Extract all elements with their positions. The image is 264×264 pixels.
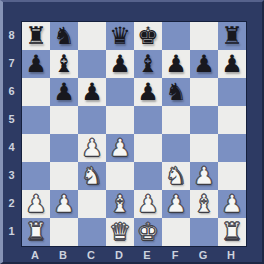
square-b3[interactable] — [50, 162, 78, 190]
white-pawn-g3[interactable]: ♟ — [193, 162, 215, 190]
square-a7[interactable]: ♟ — [22, 50, 50, 78]
square-h2[interactable]: ♟ — [218, 190, 246, 218]
square-d7[interactable]: ♟ — [106, 50, 134, 78]
rank-labels: 87654321 — [3, 21, 20, 245]
black-pawn-c6[interactable]: ♟ — [81, 78, 103, 106]
square-g7[interactable]: ♟ — [190, 50, 218, 78]
rank-label-6: 6 — [3, 77, 20, 105]
black-pawn-f7[interactable]: ♟ — [165, 50, 187, 78]
square-h1[interactable]: ♜ — [218, 218, 246, 246]
square-g3[interactable]: ♟ — [190, 162, 218, 190]
white-pawn-b2[interactable]: ♟ — [53, 190, 75, 218]
square-b1[interactable] — [50, 218, 78, 246]
square-f2[interactable]: ♟ — [162, 190, 190, 218]
square-f8[interactable] — [162, 22, 190, 50]
file-labels: ABCDEFGH — [21, 248, 245, 263]
square-h4[interactable] — [218, 134, 246, 162]
file-label-b: B — [49, 248, 77, 263]
black-rook-a8[interactable]: ♜ — [25, 22, 47, 50]
square-g8[interactable] — [190, 22, 218, 50]
rank-label-7: 7 — [3, 49, 20, 77]
square-c7[interactable] — [78, 50, 106, 78]
black-rook-h8[interactable]: ♜ — [221, 22, 243, 50]
square-h5[interactable] — [218, 106, 246, 134]
square-c3[interactable]: ♞ — [78, 162, 106, 190]
square-f1[interactable] — [162, 218, 190, 246]
chess-diagram-frame: 87654321 ♜♞♛♚♜♟♝♟♝♟♟♟♟♟♟♞♟♟♞♞♟♟♟♝♟♟♝♟♜♛♚… — [0, 0, 264, 264]
square-b8[interactable]: ♞ — [50, 22, 78, 50]
white-knight-f3[interactable]: ♞ — [165, 162, 187, 190]
square-a1[interactable]: ♜ — [22, 218, 50, 246]
square-g5[interactable] — [190, 106, 218, 134]
square-a4[interactable] — [22, 134, 50, 162]
square-e8[interactable]: ♚ — [134, 22, 162, 50]
rank-label-3: 3 — [3, 161, 20, 189]
white-pawn-c4[interactable]: ♟ — [81, 134, 103, 162]
square-f7[interactable]: ♟ — [162, 50, 190, 78]
white-rook-a1[interactable]: ♜ — [25, 218, 47, 246]
square-e5[interactable] — [134, 106, 162, 134]
square-d5[interactable] — [106, 106, 134, 134]
black-queen-d8[interactable]: ♛ — [109, 22, 131, 50]
square-a5[interactable] — [22, 106, 50, 134]
file-label-h: H — [217, 248, 245, 263]
square-a2[interactable]: ♟ — [22, 190, 50, 218]
file-label-e: E — [133, 248, 161, 263]
white-bishop-g2[interactable]: ♝ — [193, 190, 215, 218]
square-h8[interactable]: ♜ — [218, 22, 246, 50]
square-c1[interactable] — [78, 218, 106, 246]
file-label-f: F — [161, 248, 189, 263]
black-pawn-e6[interactable]: ♟ — [137, 78, 159, 106]
square-a6[interactable] — [22, 78, 50, 106]
square-b4[interactable] — [50, 134, 78, 162]
file-label-a: A — [21, 248, 49, 263]
black-bishop-b7[interactable]: ♝ — [53, 50, 75, 78]
rank-label-1: 1 — [3, 217, 20, 245]
white-knight-c3[interactable]: ♞ — [81, 162, 103, 190]
square-a8[interactable]: ♜ — [22, 22, 50, 50]
square-g1[interactable] — [190, 218, 218, 246]
black-knight-b8[interactable]: ♞ — [53, 22, 75, 50]
square-d3[interactable] — [106, 162, 134, 190]
square-e6[interactable]: ♟ — [134, 78, 162, 106]
square-g6[interactable] — [190, 78, 218, 106]
square-b6[interactable]: ♟ — [50, 78, 78, 106]
square-c4[interactable]: ♟ — [78, 134, 106, 162]
file-label-c: C — [77, 248, 105, 263]
square-e2[interactable]: ♟ — [134, 190, 162, 218]
white-pawn-d4[interactable]: ♟ — [109, 134, 131, 162]
rank-label-8: 8 — [3, 21, 20, 49]
black-pawn-b6[interactable]: ♟ — [53, 78, 75, 106]
white-queen-d1[interactable]: ♛ — [109, 218, 131, 246]
square-e1[interactable]: ♚ — [134, 218, 162, 246]
black-pawn-h7[interactable]: ♟ — [221, 50, 243, 78]
square-b7[interactable]: ♝ — [50, 50, 78, 78]
square-g4[interactable] — [190, 134, 218, 162]
black-pawn-d7[interactable]: ♟ — [109, 50, 131, 78]
rank-label-5: 5 — [3, 105, 20, 133]
square-d1[interactable]: ♛ — [106, 218, 134, 246]
square-f4[interactable] — [162, 134, 190, 162]
square-d2[interactable]: ♝ — [106, 190, 134, 218]
white-pawn-e2[interactable]: ♟ — [137, 190, 159, 218]
square-f5[interactable] — [162, 106, 190, 134]
black-king-e8[interactable]: ♚ — [137, 22, 159, 50]
file-label-g: G — [189, 248, 217, 263]
square-e7[interactable]: ♝ — [134, 50, 162, 78]
black-bishop-e7[interactable]: ♝ — [137, 50, 159, 78]
square-b2[interactable]: ♟ — [50, 190, 78, 218]
black-pawn-g7[interactable]: ♟ — [193, 50, 215, 78]
square-c8[interactable] — [78, 22, 106, 50]
square-h6[interactable] — [218, 78, 246, 106]
black-pawn-a7[interactable]: ♟ — [25, 50, 47, 78]
square-e4[interactable] — [134, 134, 162, 162]
file-label-d: D — [105, 248, 133, 263]
square-d4[interactable]: ♟ — [106, 134, 134, 162]
square-f3[interactable]: ♞ — [162, 162, 190, 190]
rank-label-2: 2 — [3, 189, 20, 217]
square-g2[interactable]: ♝ — [190, 190, 218, 218]
square-c2[interactable] — [78, 190, 106, 218]
square-f6[interactable]: ♞ — [162, 78, 190, 106]
white-bishop-d2[interactable]: ♝ — [109, 190, 131, 218]
chess-board: ♜♞♛♚♜♟♝♟♝♟♟♟♟♟♟♞♟♟♞♞♟♟♟♝♟♟♝♟♜♛♚♜ — [21, 21, 247, 247]
square-d8[interactable]: ♛ — [106, 22, 134, 50]
square-c5[interactable] — [78, 106, 106, 134]
white-king-e1[interactable]: ♚ — [137, 218, 159, 246]
square-b5[interactable] — [50, 106, 78, 134]
square-h3[interactable] — [218, 162, 246, 190]
square-c6[interactable]: ♟ — [78, 78, 106, 106]
square-h7[interactable]: ♟ — [218, 50, 246, 78]
white-rook-h1[interactable]: ♜ — [221, 218, 243, 246]
white-pawn-h2[interactable]: ♟ — [221, 190, 243, 218]
rank-label-4: 4 — [3, 133, 20, 161]
black-knight-f6[interactable]: ♞ — [165, 78, 187, 106]
white-pawn-f2[interactable]: ♟ — [165, 190, 187, 218]
square-e3[interactable] — [134, 162, 162, 190]
white-pawn-a2[interactable]: ♟ — [25, 190, 47, 218]
square-d6[interactable] — [106, 78, 134, 106]
square-a3[interactable] — [22, 162, 50, 190]
